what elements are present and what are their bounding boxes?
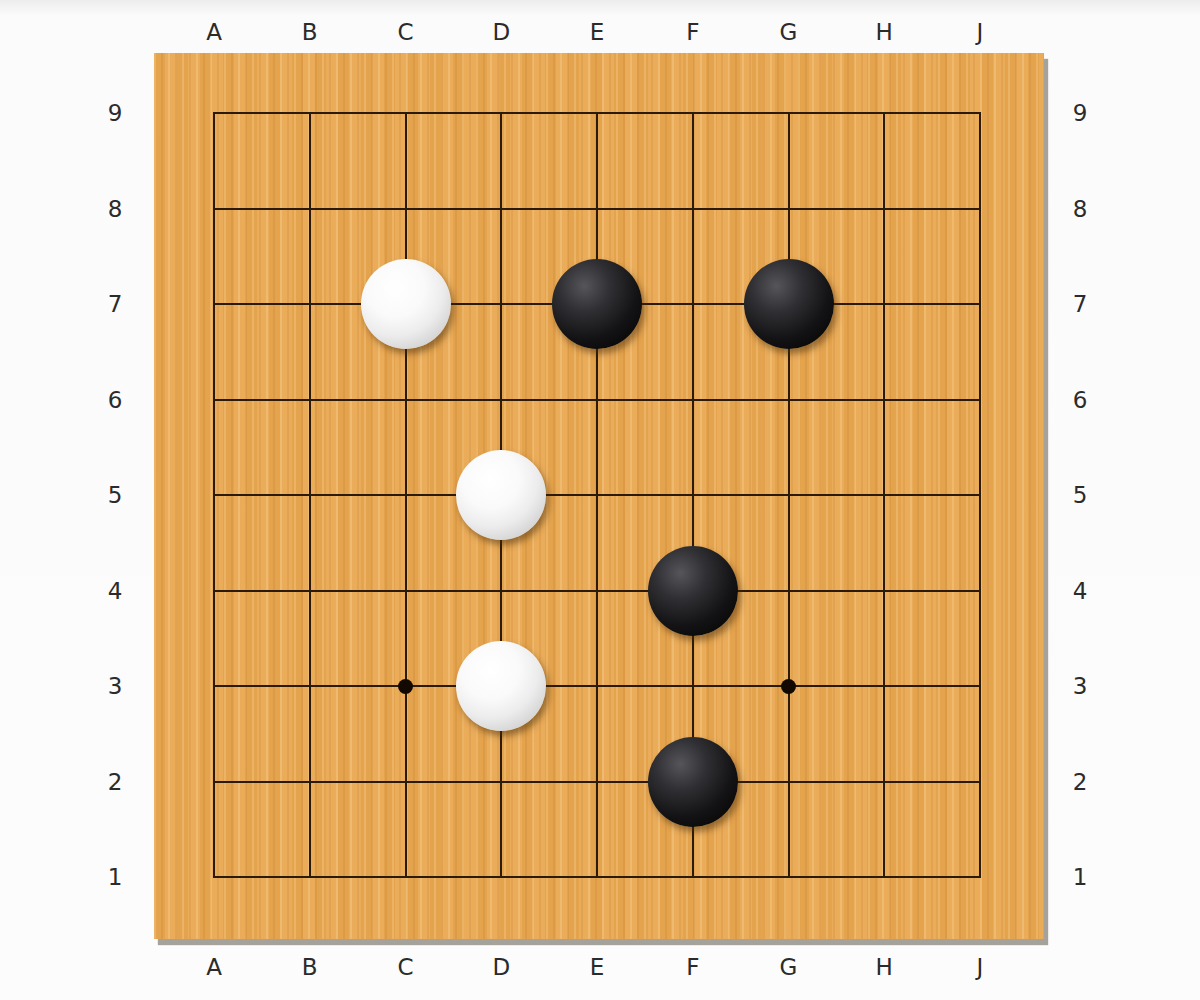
coord-label-top-D: D — [492, 21, 510, 44]
coord-label-bottom-D: D — [492, 956, 510, 979]
coord-label-bottom-A: A — [206, 956, 222, 979]
coord-label-right-8: 8 — [1073, 197, 1088, 220]
coord-label-left-7: 7 — [108, 293, 123, 316]
star-point-C3 — [398, 679, 413, 694]
stone-black-G7[interactable] — [744, 259, 834, 349]
coord-label-right-4: 4 — [1073, 579, 1088, 602]
coord-label-left-4: 4 — [108, 579, 123, 602]
coord-label-left-2: 2 — [108, 770, 123, 793]
coord-label-bottom-E: E — [590, 956, 605, 979]
coord-label-top-E: E — [590, 21, 605, 44]
coord-label-left-9: 9 — [108, 102, 123, 125]
stone-white-D3[interactable] — [456, 641, 546, 731]
coord-label-bottom-H: H — [876, 956, 893, 979]
coord-label-bottom-F: F — [686, 956, 699, 979]
grid-line-horizontal-2 — [213, 781, 981, 783]
page-background: AABBCCDDEEFFGGHHJJ998877665544332211 — [0, 0, 1200, 1000]
grid-line-horizontal-8 — [213, 208, 981, 210]
stone-black-F2[interactable] — [648, 737, 738, 827]
coord-label-top-H: H — [876, 21, 893, 44]
coord-label-left-1: 1 — [108, 866, 123, 889]
coord-label-left-8: 8 — [108, 197, 123, 220]
coord-label-right-5: 5 — [1073, 484, 1088, 507]
coord-label-right-9: 9 — [1073, 102, 1088, 125]
coord-label-top-C: C — [397, 21, 413, 44]
stone-black-E7[interactable] — [552, 259, 642, 349]
grid-line-horizontal-9 — [213, 112, 981, 114]
stone-black-F4[interactable] — [648, 546, 738, 636]
coord-label-left-6: 6 — [108, 388, 123, 411]
coord-label-right-2: 2 — [1073, 770, 1088, 793]
star-point-G3 — [781, 679, 796, 694]
coord-label-top-A: A — [206, 21, 222, 44]
grid-line-horizontal-5 — [213, 494, 981, 496]
stone-white-D5[interactable] — [456, 450, 546, 540]
grid-line-horizontal-6 — [213, 399, 981, 401]
coord-label-top-F: F — [686, 21, 699, 44]
coord-label-left-3: 3 — [108, 675, 123, 698]
coord-label-bottom-C: C — [397, 956, 413, 979]
grid-line-horizontal-4 — [213, 590, 981, 592]
coord-label-bottom-B: B — [302, 956, 318, 979]
coord-label-top-J: J — [977, 21, 984, 44]
coord-label-right-7: 7 — [1073, 293, 1088, 316]
coord-label-bottom-J: J — [977, 956, 984, 979]
coord-label-right-1: 1 — [1073, 866, 1088, 889]
coord-label-bottom-G: G — [780, 956, 798, 979]
coord-label-left-5: 5 — [108, 484, 123, 507]
grid-line-horizontal-3 — [213, 685, 981, 687]
grid-line-horizontal-1 — [213, 876, 981, 878]
coord-label-right-6: 6 — [1073, 388, 1088, 411]
go-board[interactable] — [154, 53, 1044, 939]
coord-label-right-3: 3 — [1073, 675, 1088, 698]
stone-white-C7[interactable] — [361, 259, 451, 349]
coord-label-top-G: G — [780, 21, 798, 44]
coord-label-top-B: B — [302, 21, 318, 44]
